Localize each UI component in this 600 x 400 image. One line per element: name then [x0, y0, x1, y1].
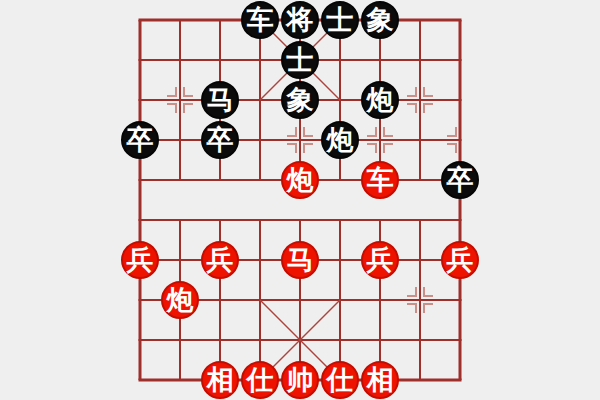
- piece-black-elephant[interactable]: 象: [281, 81, 319, 119]
- piece-black-cannon[interactable]: 炮: [321, 121, 359, 159]
- piece-black-chariot[interactable]: 车: [241, 1, 279, 39]
- piece-red-soldier[interactable]: 兵: [361, 241, 399, 279]
- piece-red-advisor[interactable]: 仕: [241, 361, 279, 399]
- piece-black-horse[interactable]: 马: [201, 81, 239, 119]
- piece-black-soldier[interactable]: 卒: [201, 121, 239, 159]
- piece-red-elephant[interactable]: 相: [361, 361, 399, 399]
- piece-red-soldier[interactable]: 兵: [201, 241, 239, 279]
- piece-black-elephant[interactable]: 象: [361, 1, 399, 39]
- piece-red-advisor[interactable]: 仕: [321, 361, 359, 399]
- piece-black-general[interactable]: 将: [281, 1, 319, 39]
- piece-red-cannon[interactable]: 炮: [281, 161, 319, 199]
- piece-red-chariot[interactable]: 车: [361, 161, 399, 199]
- piece-red-general[interactable]: 帅: [281, 361, 319, 399]
- piece-black-cannon[interactable]: 炮: [361, 81, 399, 119]
- piece-black-advisor[interactable]: 士: [281, 41, 319, 79]
- piece-red-soldier[interactable]: 兵: [441, 241, 479, 279]
- piece-red-horse[interactable]: 马: [281, 241, 319, 279]
- piece-black-advisor[interactable]: 士: [321, 1, 359, 39]
- xiangqi-board-screenshot: 车将士象士马象炮卒卒炮卒炮车兵兵马兵兵炮相仕帅仕相: [0, 0, 600, 400]
- piece-black-soldier[interactable]: 卒: [441, 161, 479, 199]
- piece-red-cannon[interactable]: 炮: [161, 281, 199, 319]
- piece-red-elephant[interactable]: 相: [201, 361, 239, 399]
- pieces-layer: 车将士象士马象炮卒卒炮卒炮车兵兵马兵兵炮相仕帅仕相: [0, 0, 600, 400]
- piece-red-soldier[interactable]: 兵: [121, 241, 159, 279]
- piece-black-soldier[interactable]: 卒: [121, 121, 159, 159]
